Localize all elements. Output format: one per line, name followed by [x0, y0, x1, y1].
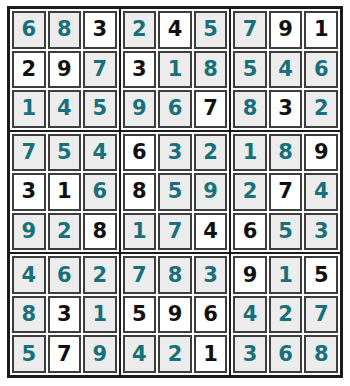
cell-r1c4[interactable]: 2 — [123, 11, 157, 49]
cell-r7c1[interactable]: 4 — [12, 256, 46, 294]
cell-r4c6[interactable]: 2 — [194, 134, 228, 172]
cell-r1c1[interactable]: 6 — [12, 11, 46, 49]
cell-r4c3[interactable]: 4 — [83, 134, 117, 172]
cell-r5c7[interactable]: 2 — [233, 173, 267, 211]
sudoku-page: 683297145 245318967 791546832 754316928 … — [0, 0, 350, 386]
cell-r6c9[interactable]: 3 — [304, 213, 338, 251]
cell-r5c6[interactable]: 9 — [194, 173, 228, 211]
cell-r9c9[interactable]: 8 — [304, 335, 338, 373]
cell-r3c2[interactable]: 4 — [48, 90, 82, 128]
cell-r6c1[interactable]: 9 — [12, 213, 46, 251]
cell-r7c6[interactable]: 3 — [194, 256, 228, 294]
cell-r2c6[interactable]: 8 — [194, 51, 228, 89]
cell-r9c2[interactable]: 7 — [48, 335, 82, 373]
box-3: 791546832 — [231, 9, 340, 130]
cell-r8c9[interactable]: 7 — [304, 296, 338, 334]
cell-r2c5[interactable]: 1 — [158, 51, 192, 89]
cell-r8c5[interactable]: 9 — [158, 296, 192, 334]
cell-r6c4[interactable]: 1 — [123, 213, 157, 251]
cell-r7c2[interactable]: 6 — [48, 256, 82, 294]
cell-r9c3[interactable]: 9 — [83, 335, 117, 373]
cell-r9c5[interactable]: 2 — [158, 335, 192, 373]
cell-r5c2[interactable]: 1 — [48, 173, 82, 211]
cell-r1c3[interactable]: 3 — [83, 11, 117, 49]
cell-r2c8[interactable]: 4 — [269, 51, 303, 89]
cell-r6c7[interactable]: 6 — [233, 213, 267, 251]
cell-r8c7[interactable]: 4 — [233, 296, 267, 334]
cell-r8c4[interactable]: 5 — [123, 296, 157, 334]
box-8: 783596421 — [121, 254, 230, 375]
cell-r5c4[interactable]: 8 — [123, 173, 157, 211]
cell-r7c4[interactable]: 7 — [123, 256, 157, 294]
cell-r6c8[interactable]: 5 — [269, 213, 303, 251]
cell-r1c8[interactable]: 9 — [269, 11, 303, 49]
cell-r4c5[interactable]: 3 — [158, 134, 192, 172]
box-5: 632859174 — [121, 132, 230, 253]
cell-r6c5[interactable]: 7 — [158, 213, 192, 251]
cell-r3c7[interactable]: 8 — [233, 90, 267, 128]
cell-r1c5[interactable]: 4 — [158, 11, 192, 49]
sudoku-board: 683297145 245318967 791546832 754316928 … — [7, 6, 343, 378]
cell-r5c1[interactable]: 3 — [12, 173, 46, 211]
cell-r3c6[interactable]: 7 — [194, 90, 228, 128]
cell-r2c3[interactable]: 7 — [83, 51, 117, 89]
cell-r8c3[interactable]: 1 — [83, 296, 117, 334]
cell-r8c6[interactable]: 6 — [194, 296, 228, 334]
cell-r2c4[interactable]: 3 — [123, 51, 157, 89]
cell-r5c3[interactable]: 6 — [83, 173, 117, 211]
cell-r3c1[interactable]: 1 — [12, 90, 46, 128]
cell-r7c7[interactable]: 9 — [233, 256, 267, 294]
cell-r8c2[interactable]: 3 — [48, 296, 82, 334]
cell-r8c8[interactable]: 2 — [269, 296, 303, 334]
cell-r3c9[interactable]: 2 — [304, 90, 338, 128]
cell-r1c6[interactable]: 5 — [194, 11, 228, 49]
cell-r6c2[interactable]: 2 — [48, 213, 82, 251]
cell-r3c4[interactable]: 9 — [123, 90, 157, 128]
cell-r9c7[interactable]: 3 — [233, 335, 267, 373]
cell-r4c1[interactable]: 7 — [12, 134, 46, 172]
cell-r9c6[interactable]: 1 — [194, 335, 228, 373]
cell-r9c8[interactable]: 6 — [269, 335, 303, 373]
box-9: 915427368 — [231, 254, 340, 375]
box-7: 462831579 — [10, 254, 119, 375]
box-2: 245318967 — [121, 9, 230, 130]
cell-r7c8[interactable]: 1 — [269, 256, 303, 294]
cell-r1c2[interactable]: 8 — [48, 11, 82, 49]
box-6: 189274653 — [231, 132, 340, 253]
cell-r4c4[interactable]: 6 — [123, 134, 157, 172]
cell-r4c7[interactable]: 1 — [233, 134, 267, 172]
cell-r5c5[interactable]: 5 — [158, 173, 192, 211]
box-4: 754316928 — [10, 132, 119, 253]
cell-r5c8[interactable]: 7 — [269, 173, 303, 211]
cell-r2c2[interactable]: 9 — [48, 51, 82, 89]
cell-r5c9[interactable]: 4 — [304, 173, 338, 211]
cell-r9c1[interactable]: 5 — [12, 335, 46, 373]
cell-r7c5[interactable]: 8 — [158, 256, 192, 294]
cell-r4c8[interactable]: 8 — [269, 134, 303, 172]
cell-r2c9[interactable]: 6 — [304, 51, 338, 89]
cell-r6c3[interactable]: 8 — [83, 213, 117, 251]
cell-r2c7[interactable]: 5 — [233, 51, 267, 89]
cell-r4c9[interactable]: 9 — [304, 134, 338, 172]
cell-r3c3[interactable]: 5 — [83, 90, 117, 128]
cell-r3c8[interactable]: 3 — [269, 90, 303, 128]
cell-r2c1[interactable]: 2 — [12, 51, 46, 89]
cell-r4c2[interactable]: 5 — [48, 134, 82, 172]
cell-r1c7[interactable]: 7 — [233, 11, 267, 49]
box-1: 683297145 — [10, 9, 119, 130]
cell-r6c6[interactable]: 4 — [194, 213, 228, 251]
cell-r7c9[interactable]: 5 — [304, 256, 338, 294]
cell-r8c1[interactable]: 8 — [12, 296, 46, 334]
cell-r1c9[interactable]: 1 — [304, 11, 338, 49]
cell-r7c3[interactable]: 2 — [83, 256, 117, 294]
cell-r3c5[interactable]: 6 — [158, 90, 192, 128]
cell-r9c4[interactable]: 4 — [123, 335, 157, 373]
